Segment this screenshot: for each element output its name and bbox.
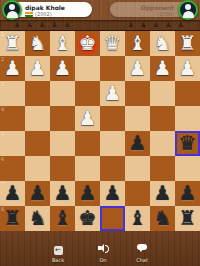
square-f8[interactable]: ♝ <box>50 206 75 231</box>
white-pawn-b2[interactable]: ♟ <box>150 56 175 81</box>
captured-pieces-tray: ♟ ♟ ♟ ♟ ♟ ♟ ♟ ♟ ♟ ♟ <box>0 20 200 30</box>
square-f4[interactable] <box>50 106 75 131</box>
avatar-head-icon <box>185 4 191 10</box>
square-c5[interactable]: ♟ <box>125 131 150 156</box>
chat-button[interactable]: Chat <box>130 237 154 263</box>
chess-app-screen: dipak Khole (2002) Opponent (1500) <box>0 0 200 266</box>
square-e1[interactable]: ♚ <box>75 31 100 56</box>
white-pawn-d3[interactable]: ♟ <box>100 81 125 106</box>
square-g7[interactable]: ♟ <box>25 181 50 206</box>
square-a1[interactable]: ♜ <box>175 31 200 56</box>
square-d3[interactable]: ♟ <box>100 81 125 106</box>
square-b4[interactable] <box>150 106 175 131</box>
square-c3[interactable] <box>125 81 150 106</box>
black-pawn-a7[interactable]: ♟ <box>175 181 200 206</box>
square-b6[interactable] <box>150 156 175 181</box>
square-f5[interactable] <box>50 131 75 156</box>
rank-label-2: 2 <box>1 56 4 62</box>
india-flag-icon <box>25 12 33 17</box>
back-label: Back <box>46 257 70 263</box>
square-g6[interactable] <box>25 156 50 181</box>
square-d4[interactable] <box>100 106 125 131</box>
black-knight-g8[interactable]: ♞ <box>25 206 50 231</box>
square-c4[interactable] <box>125 106 150 131</box>
square-a3[interactable] <box>175 81 200 106</box>
square-e6[interactable] <box>75 156 100 181</box>
black-pawn-c5[interactable]: ♟ <box>125 131 150 156</box>
player-right-rating: (1500) <box>157 11 174 17</box>
square-d7[interactable]: ♟ <box>100 181 125 206</box>
rank-label-8: 8 <box>1 206 4 212</box>
sound-button[interactable]: On <box>91 237 115 263</box>
rank-label-5: 5 <box>1 131 4 137</box>
square-c2[interactable]: ♟ <box>125 56 150 81</box>
rank-label-6: 6 <box>1 156 4 162</box>
square-f6[interactable] <box>50 156 75 181</box>
captured-right: ♟ ♟ ♟ ♟ ♟ <box>128 20 186 30</box>
square-a8[interactable]: ♜ <box>175 206 200 231</box>
white-knight-b1[interactable]: ♞ <box>150 31 175 56</box>
player-left-name: dipak Khole <box>25 4 65 11</box>
player-left-pill[interactable]: dipak Khole (2002) <box>10 2 92 17</box>
square-h7[interactable]: 7♟ <box>0 181 25 206</box>
black-pawn-g7[interactable]: ♟ <box>25 181 50 206</box>
square-a4[interactable] <box>175 106 200 131</box>
square-e7[interactable]: ♟ <box>75 181 100 206</box>
black-bishop-c8[interactable]: ♝ <box>125 206 150 231</box>
black-bishop-f8[interactable]: ♝ <box>50 206 75 231</box>
square-d8[interactable] <box>100 206 125 231</box>
white-pawn-e4[interactable]: ♟ <box>75 106 100 131</box>
black-pawn-e7[interactable]: ♟ <box>75 181 100 206</box>
square-e8[interactable]: ♚ <box>75 206 100 231</box>
white-bishop-c1[interactable]: ♝ <box>125 31 150 56</box>
square-a7[interactable]: ♟ <box>175 181 200 206</box>
square-g8[interactable]: ♞ <box>25 206 50 231</box>
chat-label: Chat <box>130 257 154 263</box>
player-bar: dipak Khole (2002) Opponent (1500) <box>0 0 200 20</box>
square-g5[interactable] <box>25 131 50 156</box>
rank-label-4: 4 <box>1 106 4 112</box>
square-h5[interactable]: 5 <box>0 131 25 156</box>
black-pawn-b7[interactable]: ♟ <box>150 181 175 206</box>
square-b3[interactable] <box>150 81 175 106</box>
player-left-rating: (2002) <box>35 11 52 17</box>
player-left-avatar[interactable] <box>2 0 22 20</box>
square-d1[interactable]: ♛ <box>100 31 125 56</box>
square-h3[interactable]: 3 <box>0 81 25 106</box>
square-a5[interactable]: ♛ <box>175 131 200 156</box>
square-h1[interactable]: 1♜ <box>0 31 25 56</box>
bottom-toolbar: ← Back On Chat <box>0 231 200 266</box>
player-right-avatar[interactable] <box>178 0 198 20</box>
square-f2[interactable]: ♟ <box>50 56 75 81</box>
speaker-icon <box>97 243 109 252</box>
rank-label-3: 3 <box>1 81 4 87</box>
white-pawn-c2[interactable]: ♟ <box>125 56 150 81</box>
square-g3[interactable] <box>25 81 50 106</box>
avatar-body-icon <box>7 11 18 18</box>
avatar-body-icon <box>183 11 194 18</box>
avatar-head-icon <box>9 4 15 10</box>
black-queen-a5[interactable]: ♛ <box>175 131 200 156</box>
square-b5[interactable] <box>150 131 175 156</box>
square-h6[interactable]: 6 <box>0 156 25 181</box>
square-f3[interactable] <box>50 81 75 106</box>
rank-label-7: 7 <box>1 181 4 187</box>
square-f7[interactable]: ♟ <box>50 181 75 206</box>
board: 1♜♞♝♚♛♝♞♜2♟♟♟♟♟♟3♟4♟5♟♛67♟♟♟♟♟♟♟8♜♞♝♚♝♞♜ <box>0 30 200 232</box>
square-e3[interactable] <box>75 81 100 106</box>
white-knight-g1[interactable]: ♞ <box>25 31 50 56</box>
white-queen-d1[interactable]: ♛ <box>100 31 125 56</box>
square-c8[interactable]: ♝ <box>125 206 150 231</box>
chat-icon <box>137 243 148 252</box>
square-h8[interactable]: 8♜ <box>0 206 25 231</box>
black-pawn-d7[interactable]: ♟ <box>100 181 125 206</box>
black-king-e8[interactable]: ♚ <box>75 206 100 231</box>
square-e4[interactable]: ♟ <box>75 106 100 131</box>
square-d6[interactable] <box>100 156 125 181</box>
square-b8[interactable]: ♞ <box>150 206 175 231</box>
square-b7[interactable]: ♟ <box>150 181 175 206</box>
black-rook-a8[interactable]: ♜ <box>175 206 200 231</box>
rank-label-1: 1 <box>1 31 4 37</box>
square-b1[interactable]: ♞ <box>150 31 175 56</box>
square-c7[interactable] <box>125 181 150 206</box>
square-b2[interactable]: ♟ <box>150 56 175 81</box>
square-c6[interactable] <box>125 156 150 181</box>
black-knight-b8[interactable]: ♞ <box>150 206 175 231</box>
back-button[interactable]: ← Back <box>46 237 70 263</box>
player-right-name: Opponent <box>141 4 174 11</box>
white-pawn-a2[interactable]: ♟ <box>175 56 200 81</box>
square-g2[interactable]: ♟ <box>25 56 50 81</box>
back-icon: ← <box>54 246 63 255</box>
sound-label: On <box>91 257 115 263</box>
square-e5[interactable] <box>75 131 100 156</box>
square-h4[interactable]: 4 <box>0 106 25 131</box>
white-pawn-g2[interactable]: ♟ <box>25 56 50 81</box>
square-h2[interactable]: 2♟ <box>0 56 25 81</box>
square-c1[interactable]: ♝ <box>125 31 150 56</box>
white-bishop-f1[interactable]: ♝ <box>50 31 75 56</box>
white-rook-a1[interactable]: ♜ <box>175 31 200 56</box>
square-f1[interactable]: ♝ <box>50 31 75 56</box>
captured-left: ♟ ♟ ♟ ♟ ♟ <box>14 20 72 30</box>
square-d2[interactable] <box>100 56 125 81</box>
square-g1[interactable]: ♞ <box>25 31 50 56</box>
white-king-e1[interactable]: ♚ <box>75 31 100 56</box>
black-pawn-f7[interactable]: ♟ <box>50 181 75 206</box>
white-pawn-f2[interactable]: ♟ <box>50 56 75 81</box>
square-a6[interactable] <box>175 156 200 181</box>
square-e2[interactable] <box>75 56 100 81</box>
square-a2[interactable]: ♟ <box>175 56 200 81</box>
square-g4[interactable] <box>25 106 50 131</box>
square-d5[interactable] <box>100 131 125 156</box>
